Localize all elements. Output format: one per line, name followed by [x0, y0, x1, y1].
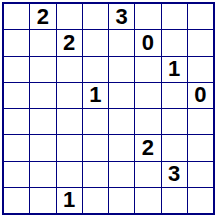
empty-cell-r4-c5[interactable] [109, 83, 134, 108]
empty-cell-r7-c5[interactable] [109, 162, 134, 187]
clue-cell-r7-c7[interactable]: 3 [162, 162, 187, 187]
clue-cell-r1-c2[interactable]: 2 [30, 4, 55, 29]
empty-cell-r6-c3[interactable] [57, 135, 82, 160]
empty-cell-r5-c3[interactable] [57, 109, 82, 134]
empty-cell-r5-c7[interactable] [162, 109, 187, 134]
empty-cell-r4-c7[interactable] [162, 83, 187, 108]
empty-cell-r1-c8[interactable] [188, 4, 213, 29]
clue-cell-r2-c3[interactable]: 2 [57, 30, 82, 55]
clue-cell-r4-c4[interactable]: 1 [83, 83, 108, 108]
empty-cell-r4-c2[interactable] [30, 83, 55, 108]
empty-cell-r7-c3[interactable] [57, 162, 82, 187]
empty-cell-r5-c2[interactable] [30, 109, 55, 134]
empty-cell-r1-c6[interactable] [135, 4, 160, 29]
empty-cell-r6-c4[interactable] [83, 135, 108, 160]
empty-cell-r8-c7[interactable] [162, 188, 187, 213]
empty-cell-r6-c1[interactable] [4, 135, 29, 160]
empty-cell-r8-c6[interactable] [135, 188, 160, 213]
clue-cell-r8-c3[interactable]: 1 [57, 188, 82, 213]
empty-cell-r2-c1[interactable] [4, 30, 29, 55]
empty-cell-r7-c4[interactable] [83, 162, 108, 187]
empty-cell-r2-c2[interactable] [30, 30, 55, 55]
empty-cell-r3-c6[interactable] [135, 57, 160, 82]
clue-cell-r3-c7[interactable]: 1 [162, 57, 187, 82]
empty-cell-r3-c8[interactable] [188, 57, 213, 82]
empty-cell-r8-c1[interactable] [4, 188, 29, 213]
empty-cell-r5-c8[interactable] [188, 109, 213, 134]
empty-cell-r2-c4[interactable] [83, 30, 108, 55]
empty-cell-r8-c4[interactable] [83, 188, 108, 213]
empty-cell-r1-c3[interactable] [57, 4, 82, 29]
empty-cell-r6-c5[interactable] [109, 135, 134, 160]
clue-cell-r1-c5[interactable]: 3 [109, 4, 134, 29]
clue-cell-r6-c6[interactable]: 2 [135, 135, 160, 160]
empty-cell-r5-c6[interactable] [135, 109, 160, 134]
empty-cell-r2-c7[interactable] [162, 30, 187, 55]
empty-cell-r6-c2[interactable] [30, 135, 55, 160]
empty-cell-r8-c8[interactable] [188, 188, 213, 213]
empty-cell-r1-c4[interactable] [83, 4, 108, 29]
empty-cell-r6-c8[interactable] [188, 135, 213, 160]
empty-cell-r4-c1[interactable] [4, 83, 29, 108]
empty-cell-r3-c3[interactable] [57, 57, 82, 82]
empty-cell-r2-c8[interactable] [188, 30, 213, 55]
empty-cell-r6-c7[interactable] [162, 135, 187, 160]
empty-cell-r7-c2[interactable] [30, 162, 55, 187]
clue-cell-r2-c6[interactable]: 0 [135, 30, 160, 55]
empty-cell-r1-c1[interactable] [4, 4, 29, 29]
empty-cell-r2-c5[interactable] [109, 30, 134, 55]
empty-cell-r7-c6[interactable] [135, 162, 160, 187]
empty-cell-r4-c3[interactable] [57, 83, 82, 108]
empty-cell-r1-c7[interactable] [162, 4, 187, 29]
empty-cell-r3-c4[interactable] [83, 57, 108, 82]
empty-cell-r5-c5[interactable] [109, 109, 134, 134]
empty-cell-r3-c1[interactable] [4, 57, 29, 82]
empty-cell-r3-c2[interactable] [30, 57, 55, 82]
empty-cell-r8-c2[interactable] [30, 188, 55, 213]
empty-cell-r5-c1[interactable] [4, 109, 29, 134]
empty-cell-r8-c5[interactable] [109, 188, 134, 213]
empty-cell-r4-c6[interactable] [135, 83, 160, 108]
empty-cell-r5-c4[interactable] [83, 109, 108, 134]
empty-cell-r7-c8[interactable] [188, 162, 213, 187]
empty-cell-r3-c5[interactable] [109, 57, 134, 82]
clue-cell-r4-c8[interactable]: 0 [188, 83, 213, 108]
empty-cell-r7-c1[interactable] [4, 162, 29, 187]
puzzle-board: 2320110231 [2, 2, 215, 215]
